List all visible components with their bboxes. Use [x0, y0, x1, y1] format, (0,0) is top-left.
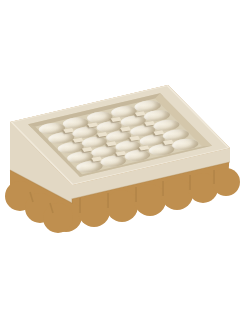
product-photo — [0, 0, 240, 327]
